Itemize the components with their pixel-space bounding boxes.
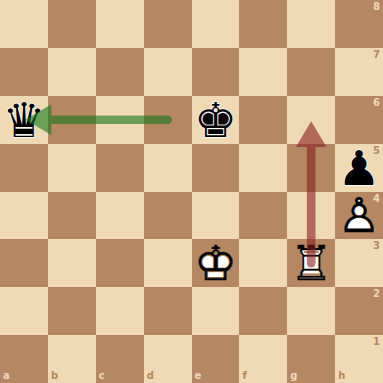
black-queen-glyph: ♛ (0, 96, 48, 144)
square-f8[interactable] (239, 0, 287, 48)
rank-label-1: 1 (373, 337, 380, 347)
square-c4[interactable] (96, 192, 144, 240)
black-pawn-glyph: ♟ (335, 144, 383, 192)
square-e4[interactable] (192, 192, 240, 240)
square-d2[interactable] (144, 287, 192, 335)
square-b2[interactable] (48, 287, 96, 335)
square-f3[interactable] (239, 239, 287, 287)
square-f5[interactable] (239, 144, 287, 192)
square-a5[interactable] (0, 144, 48, 192)
square-b6[interactable] (48, 96, 96, 144)
square-a4[interactable] (0, 192, 48, 240)
file-label-h: h (338, 371, 345, 381)
square-g1[interactable]: g (287, 335, 335, 383)
square-h7[interactable]: 7 (335, 48, 383, 96)
square-c8[interactable] (96, 0, 144, 48)
white-king-glyph-outline: ♔ (192, 239, 240, 287)
square-h1[interactable]: h1 (335, 335, 383, 383)
piece-white-rook-g3[interactable]: ♜♖ (287, 239, 335, 287)
square-a3[interactable] (0, 239, 48, 287)
square-f4[interactable] (239, 192, 287, 240)
square-e2[interactable] (192, 287, 240, 335)
rank-label-7: 7 (373, 50, 380, 60)
square-c7[interactable] (96, 48, 144, 96)
black-king-glyph: ♚ (192, 96, 240, 144)
square-d6[interactable] (144, 96, 192, 144)
square-e8[interactable] (192, 0, 240, 48)
square-h2[interactable]: 2 (335, 287, 383, 335)
square-b8[interactable] (48, 0, 96, 48)
square-g5[interactable] (287, 144, 335, 192)
square-h6[interactable]: 6 (335, 96, 383, 144)
square-g7[interactable] (287, 48, 335, 96)
square-c3[interactable] (96, 239, 144, 287)
square-a7[interactable] (0, 48, 48, 96)
square-e7[interactable] (192, 48, 240, 96)
square-h3[interactable]: 3 (335, 239, 383, 287)
rank-label-6: 6 (373, 98, 380, 108)
square-f2[interactable] (239, 287, 287, 335)
file-label-d: d (147, 371, 154, 381)
square-c6[interactable] (96, 96, 144, 144)
square-c1[interactable]: c (96, 335, 144, 383)
rank-label-2: 2 (373, 289, 380, 299)
square-g4[interactable] (287, 192, 335, 240)
square-a2[interactable] (0, 287, 48, 335)
square-f6[interactable] (239, 96, 287, 144)
square-d5[interactable] (144, 144, 192, 192)
square-a1[interactable]: a (0, 335, 48, 383)
file-label-g: g (290, 371, 297, 381)
piece-black-king-e6[interactable]: ♚ (192, 96, 240, 144)
square-g6[interactable] (287, 96, 335, 144)
rank-label-8: 8 (373, 2, 380, 12)
square-a8[interactable] (0, 0, 48, 48)
file-label-e: e (195, 371, 202, 381)
piece-black-pawn-h5[interactable]: ♟ (335, 144, 383, 192)
square-b4[interactable] (48, 192, 96, 240)
square-f1[interactable]: f (239, 335, 287, 383)
square-d7[interactable] (144, 48, 192, 96)
square-d1[interactable]: d (144, 335, 192, 383)
square-d8[interactable] (144, 0, 192, 48)
white-rook-glyph-outline: ♖ (287, 239, 335, 287)
file-label-c: c (99, 371, 105, 381)
white-pawn-glyph-outline: ♙ (335, 192, 383, 240)
square-g8[interactable] (287, 0, 335, 48)
file-label-b: b (51, 371, 58, 381)
chess-board: 8765432abcdefgh1♛♚♟♟♙♚♔♜♖ (0, 0, 383, 383)
square-d4[interactable] (144, 192, 192, 240)
square-b7[interactable] (48, 48, 96, 96)
file-label-f: f (242, 371, 246, 381)
square-g2[interactable] (287, 287, 335, 335)
square-e5[interactable] (192, 144, 240, 192)
square-c2[interactable] (96, 287, 144, 335)
square-b1[interactable]: b (48, 335, 96, 383)
square-b5[interactable] (48, 144, 96, 192)
square-b3[interactable] (48, 239, 96, 287)
piece-black-queen-a6[interactable]: ♛ (0, 96, 48, 144)
piece-white-pawn-h4[interactable]: ♟♙ (335, 192, 383, 240)
square-e1[interactable]: e (192, 335, 240, 383)
square-d3[interactable] (144, 239, 192, 287)
square-h8[interactable]: 8 (335, 0, 383, 48)
square-c5[interactable] (96, 144, 144, 192)
square-f7[interactable] (239, 48, 287, 96)
file-label-a: a (3, 371, 10, 381)
piece-white-king-e3[interactable]: ♚♔ (192, 239, 240, 287)
